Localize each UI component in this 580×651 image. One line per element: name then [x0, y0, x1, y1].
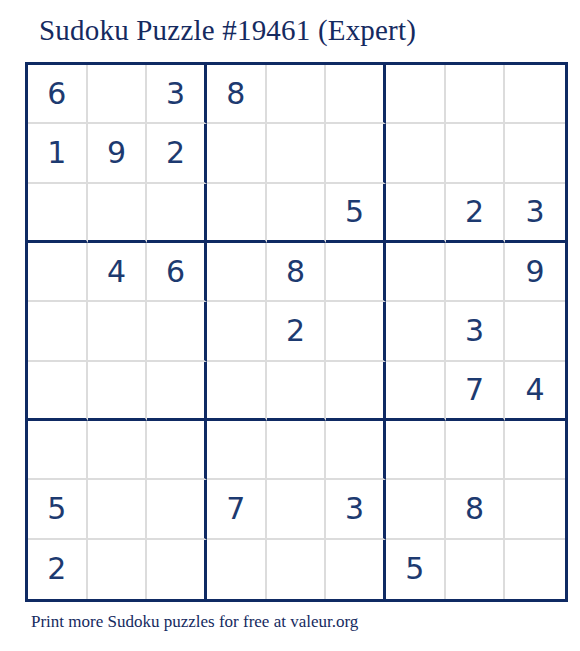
cell-r2c6	[326, 124, 386, 183]
cell-r3c8: 2	[446, 184, 506, 243]
cell-r2c7	[386, 124, 446, 183]
cell-r2c8	[446, 124, 506, 183]
cell-r8c1: 5	[28, 480, 88, 539]
cell-r1c3: 3	[147, 65, 207, 124]
cell-r3c9: 3	[505, 184, 565, 243]
cell-r2c1: 1	[28, 124, 88, 183]
cell-r8c5	[267, 480, 327, 539]
cell-r7c1	[28, 421, 88, 480]
cell-r8c9	[505, 480, 565, 539]
cell-r9c1: 2	[28, 540, 88, 599]
cell-r6c8: 7	[446, 362, 506, 421]
cell-r4c7	[386, 243, 446, 302]
cell-r6c5	[267, 362, 327, 421]
cell-r6c1	[28, 362, 88, 421]
cell-r5c5: 2	[267, 302, 327, 361]
cell-r3c2	[88, 184, 148, 243]
cell-r9c4	[207, 540, 267, 599]
cell-r4c8	[446, 243, 506, 302]
cell-r5c4	[207, 302, 267, 361]
cell-r1c5	[267, 65, 327, 124]
cell-r8c7	[386, 480, 446, 539]
cell-r8c2	[88, 480, 148, 539]
cell-r8c4: 7	[207, 480, 267, 539]
cell-r6c9: 4	[505, 362, 565, 421]
cell-r4c2: 4	[88, 243, 148, 302]
cell-r2c5	[267, 124, 327, 183]
cell-r9c3	[147, 540, 207, 599]
cell-r9c5	[267, 540, 327, 599]
footer-text: Print more Sudoku puzzles for free at va…	[31, 612, 358, 632]
cell-r8c3	[147, 480, 207, 539]
cell-r4c6	[326, 243, 386, 302]
cell-r5c8: 3	[446, 302, 506, 361]
cell-r3c7	[386, 184, 446, 243]
sudoku-board: 63819252346892374573825	[25, 62, 568, 602]
cell-r2c2: 9	[88, 124, 148, 183]
cell-r5c9	[505, 302, 565, 361]
cell-r9c8	[446, 540, 506, 599]
cell-r5c7	[386, 302, 446, 361]
cell-r9c7: 5	[386, 540, 446, 599]
cell-r8c6: 3	[326, 480, 386, 539]
cell-r7c8	[446, 421, 506, 480]
cell-r6c2	[88, 362, 148, 421]
cell-r6c4	[207, 362, 267, 421]
cell-r5c2	[88, 302, 148, 361]
cell-r3c1	[28, 184, 88, 243]
cell-r5c6	[326, 302, 386, 361]
cell-r1c7	[386, 65, 446, 124]
cell-r9c2	[88, 540, 148, 599]
cell-r1c6	[326, 65, 386, 124]
cell-r4c5: 8	[267, 243, 327, 302]
cell-r6c6	[326, 362, 386, 421]
cell-r7c7	[386, 421, 446, 480]
cell-r5c1	[28, 302, 88, 361]
cell-r2c3: 2	[147, 124, 207, 183]
cell-r4c1	[28, 243, 88, 302]
cell-r4c9: 9	[505, 243, 565, 302]
cell-r9c9	[505, 540, 565, 599]
cell-r2c9	[505, 124, 565, 183]
sudoku-page: Sudoku Puzzle #19461 (Expert) 6381925234…	[0, 0, 580, 651]
cell-r1c1: 6	[28, 65, 88, 124]
cell-r3c5	[267, 184, 327, 243]
cell-r7c6	[326, 421, 386, 480]
cell-r6c7	[386, 362, 446, 421]
page-title: Sudoku Puzzle #19461 (Expert)	[39, 14, 416, 47]
cell-r1c8	[446, 65, 506, 124]
cell-r4c4	[207, 243, 267, 302]
cell-r5c3	[147, 302, 207, 361]
cell-r7c5	[267, 421, 327, 480]
cell-r2c4	[207, 124, 267, 183]
cell-r1c9	[505, 65, 565, 124]
cell-r9c6	[326, 540, 386, 599]
cell-r3c6: 5	[326, 184, 386, 243]
cell-r7c3	[147, 421, 207, 480]
cell-r1c2	[88, 65, 148, 124]
cell-r6c3	[147, 362, 207, 421]
cell-r3c3	[147, 184, 207, 243]
cell-r7c2	[88, 421, 148, 480]
cell-r1c4: 8	[207, 65, 267, 124]
cell-r4c3: 6	[147, 243, 207, 302]
cell-r7c9	[505, 421, 565, 480]
cell-r8c8: 8	[446, 480, 506, 539]
cell-r7c4	[207, 421, 267, 480]
cell-r3c4	[207, 184, 267, 243]
